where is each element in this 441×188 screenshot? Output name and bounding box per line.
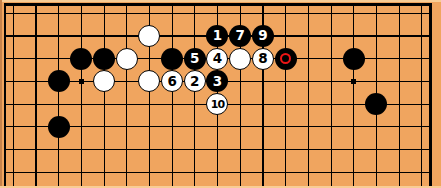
stone-black-move-3: 3 (206, 70, 228, 92)
stone-black (70, 48, 92, 70)
stone-black (48, 116, 70, 138)
stone-white (229, 48, 251, 70)
move-number-label: 6 (167, 75, 176, 89)
stone-white (116, 48, 138, 70)
stone-black-move-1: 1 (206, 25, 228, 47)
move-number-label: 4 (213, 52, 222, 66)
move-number-label: 8 (258, 52, 267, 66)
circle-marker-icon (280, 53, 291, 64)
board-edge-bevel-left (0, 0, 2, 188)
stone-black-move-5: 5 (184, 48, 206, 70)
move-number-label: 10 (211, 99, 224, 110)
stone-white (93, 70, 115, 92)
stone-white (138, 70, 160, 92)
stone-white-move-4: 4 (206, 48, 228, 70)
stone-black-move-7: 7 (229, 25, 251, 47)
move-number-label: 3 (213, 75, 222, 89)
stone-black (48, 70, 70, 92)
stone-white-move-6: 6 (161, 70, 183, 92)
go-board-diagram: 17954862310 (0, 0, 441, 188)
stone-black (161, 48, 183, 70)
move-number-label: 5 (190, 52, 199, 66)
stone-black (365, 93, 387, 115)
stones-layer: 17954862310 (2, 2, 433, 184)
stone-white-move-8: 8 (252, 48, 274, 70)
board-edge-bevel-bottom (0, 186, 441, 188)
move-number-label: 9 (258, 29, 267, 43)
stone-black (343, 48, 365, 70)
move-number-label: 7 (235, 29, 244, 43)
stone-black-move-9: 9 (252, 25, 274, 47)
stone-white-move-2: 2 (184, 70, 206, 92)
move-number-label: 2 (190, 75, 199, 89)
move-number-label: 1 (213, 29, 222, 43)
stone-white (138, 25, 160, 47)
stone-black-marked (275, 48, 297, 70)
board-edge-bevel-top (0, 0, 441, 2)
stone-black (93, 48, 115, 70)
stone-white-move-10: 10 (206, 93, 228, 115)
